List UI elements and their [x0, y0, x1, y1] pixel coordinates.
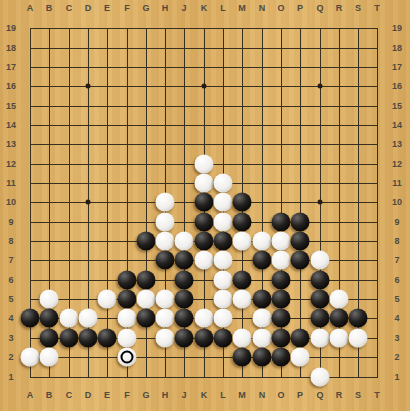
- row-label-left: 17: [6, 62, 16, 72]
- row-label-right: 1: [394, 372, 399, 382]
- row-label-right: 2: [394, 352, 399, 362]
- stone-black-N7[interactable]: [253, 251, 272, 270]
- column-label-top: H: [162, 3, 169, 13]
- star-point: [318, 200, 323, 205]
- stone-white-K4[interactable]: [195, 309, 214, 328]
- column-label-bottom: F: [124, 390, 130, 400]
- column-label-top: T: [374, 3, 380, 13]
- stone-black-R4[interactable]: [330, 309, 349, 328]
- column-label-bottom: N: [259, 390, 266, 400]
- grid-line-vertical: [107, 28, 108, 378]
- stone-black-O2[interactable]: [272, 348, 291, 367]
- stone-white-Q3[interactable]: [311, 329, 330, 348]
- stone-black-O5[interactable]: [272, 290, 291, 309]
- column-label-bottom: S: [355, 390, 361, 400]
- row-label-right: 7: [394, 255, 399, 265]
- grid-line-vertical: [300, 28, 301, 378]
- stone-white-L5[interactable]: [214, 290, 233, 309]
- stone-black-Q5[interactable]: [311, 290, 330, 309]
- column-label-top: A: [27, 3, 34, 13]
- row-label-left: 19: [6, 23, 16, 33]
- row-label-left: 18: [6, 43, 16, 53]
- stone-black-B3[interactable]: [40, 329, 59, 348]
- star-point: [318, 84, 323, 89]
- stone-black-P8[interactable]: [291, 232, 310, 251]
- stone-black-D3[interactable]: [79, 329, 98, 348]
- row-label-left: 5: [8, 294, 13, 304]
- row-label-left: 14: [6, 120, 16, 130]
- stone-black-P7[interactable]: [291, 251, 310, 270]
- stone-black-O4[interactable]: [272, 309, 291, 328]
- column-label-top: O: [277, 3, 284, 13]
- column-label-top: L: [220, 3, 226, 13]
- stone-white-J8[interactable]: [175, 232, 194, 251]
- column-label-top: P: [297, 3, 303, 13]
- last-move-marker: [121, 351, 134, 364]
- row-label-left: 6: [8, 275, 13, 285]
- row-label-right: 17: [392, 62, 402, 72]
- stone-white-L7[interactable]: [214, 251, 233, 270]
- stone-white-L9[interactable]: [214, 213, 233, 232]
- stone-black-L3[interactable]: [214, 329, 233, 348]
- column-label-top: G: [142, 3, 149, 13]
- column-label-bottom: O: [277, 390, 284, 400]
- stone-black-J6[interactable]: [175, 271, 194, 290]
- stone-black-M6[interactable]: [233, 271, 252, 290]
- stone-white-K11[interactable]: [195, 174, 214, 193]
- row-label-right: 15: [392, 101, 402, 111]
- stone-white-D4[interactable]: [79, 309, 98, 328]
- column-label-top: R: [336, 3, 343, 13]
- stone-black-O9[interactable]: [272, 213, 291, 232]
- stone-white-H3[interactable]: [156, 329, 175, 348]
- grid-line-vertical: [377, 28, 378, 378]
- stone-black-N5[interactable]: [253, 290, 272, 309]
- row-label-right: 16: [392, 81, 402, 91]
- stone-black-G8[interactable]: [137, 232, 156, 251]
- stone-white-H4[interactable]: [156, 309, 175, 328]
- row-label-left: 3: [8, 333, 13, 343]
- stone-black-P9[interactable]: [291, 213, 310, 232]
- column-label-bottom: E: [104, 390, 110, 400]
- stone-white-K7[interactable]: [195, 251, 214, 270]
- stone-black-Q4[interactable]: [311, 309, 330, 328]
- star-point: [86, 200, 91, 205]
- row-label-right: 3: [394, 333, 399, 343]
- stone-white-N8[interactable]: [253, 232, 272, 251]
- stone-white-B5[interactable]: [40, 290, 59, 309]
- column-label-top: J: [181, 3, 186, 13]
- stone-black-Q6[interactable]: [311, 271, 330, 290]
- column-label-bottom: Q: [316, 390, 323, 400]
- stone-black-G4[interactable]: [137, 309, 156, 328]
- stone-black-C3[interactable]: [60, 329, 79, 348]
- row-label-right: 13: [392, 139, 402, 149]
- row-label-left: 8: [8, 236, 13, 246]
- row-label-right: 18: [392, 43, 402, 53]
- stone-black-M2[interactable]: [233, 348, 252, 367]
- column-label-bottom: P: [297, 390, 303, 400]
- stone-white-N4[interactable]: [253, 309, 272, 328]
- row-label-right: 6: [394, 275, 399, 285]
- stone-white-K12[interactable]: [195, 155, 214, 174]
- column-label-top: Q: [316, 3, 323, 13]
- stone-white-H5[interactable]: [156, 290, 175, 309]
- stone-white-C4[interactable]: [60, 309, 79, 328]
- row-label-right: 5: [394, 294, 399, 304]
- row-label-right: 10: [392, 197, 402, 207]
- stone-white-R5[interactable]: [330, 290, 349, 309]
- stone-black-M10[interactable]: [233, 193, 252, 212]
- go-board[interactable]: AABBCCDDEEFFGGHHJJKKLLMMNNOOPPQQRRSSTT19…: [0, 0, 410, 411]
- stone-white-M3[interactable]: [233, 329, 252, 348]
- row-label-left: 2: [8, 352, 13, 362]
- row-label-right: 4: [394, 313, 399, 323]
- stone-white-L11[interactable]: [214, 174, 233, 193]
- column-label-top: C: [66, 3, 73, 13]
- stone-black-B4[interactable]: [40, 309, 59, 328]
- column-label-bottom: M: [238, 390, 246, 400]
- column-label-bottom: C: [66, 390, 73, 400]
- column-label-bottom: D: [85, 390, 92, 400]
- stone-black-K9[interactable]: [195, 213, 214, 232]
- stone-white-P2[interactable]: [291, 348, 310, 367]
- column-label-bottom: R: [336, 390, 343, 400]
- stone-white-H10[interactable]: [156, 193, 175, 212]
- row-label-left: 15: [6, 101, 16, 111]
- stone-white-O8[interactable]: [272, 232, 291, 251]
- stone-black-K8[interactable]: [195, 232, 214, 251]
- column-label-top: M: [238, 3, 246, 13]
- stone-white-O7[interactable]: [272, 251, 291, 270]
- column-label-bottom: L: [220, 390, 226, 400]
- stone-white-L10[interactable]: [214, 193, 233, 212]
- stone-white-G5[interactable]: [137, 290, 156, 309]
- row-label-left: 12: [6, 159, 16, 169]
- row-label-right: 8: [394, 236, 399, 246]
- row-label-left: 16: [6, 81, 16, 91]
- row-label-right: 12: [392, 159, 402, 169]
- column-label-top: K: [201, 3, 208, 13]
- row-label-right: 14: [392, 120, 402, 130]
- stone-white-F4[interactable]: [118, 309, 137, 328]
- column-label-top: F: [124, 3, 130, 13]
- stone-black-J3[interactable]: [175, 329, 194, 348]
- stone-black-M9[interactable]: [233, 213, 252, 232]
- stone-white-L6[interactable]: [214, 271, 233, 290]
- stone-black-F6[interactable]: [118, 271, 137, 290]
- column-label-bottom: G: [142, 390, 149, 400]
- column-label-bottom: H: [162, 390, 169, 400]
- row-label-right: 11: [392, 178, 402, 188]
- row-label-left: 9: [8, 217, 13, 227]
- column-label-bottom: B: [46, 390, 53, 400]
- stone-black-J7[interactable]: [175, 251, 194, 270]
- stone-black-O3[interactable]: [272, 329, 291, 348]
- stone-black-E3[interactable]: [98, 329, 117, 348]
- stone-black-A4[interactable]: [21, 309, 40, 328]
- row-label-right: 19: [392, 23, 402, 33]
- row-label-left: 11: [6, 178, 16, 188]
- stone-white-B2[interactable]: [40, 348, 59, 367]
- stone-white-H9[interactable]: [156, 213, 175, 232]
- stone-white-R3[interactable]: [330, 329, 349, 348]
- stone-black-O6[interactable]: [272, 271, 291, 290]
- stone-white-N3[interactable]: [253, 329, 272, 348]
- stone-black-F5[interactable]: [118, 290, 137, 309]
- stone-black-J4[interactable]: [175, 309, 194, 328]
- column-label-top: S: [355, 3, 361, 13]
- stone-black-J5[interactable]: [175, 290, 194, 309]
- row-label-left: 1: [8, 372, 13, 382]
- row-label-left: 13: [6, 139, 16, 149]
- stone-white-M5[interactable]: [233, 290, 252, 309]
- stone-black-K10[interactable]: [195, 193, 214, 212]
- stone-black-L8[interactable]: [214, 232, 233, 251]
- stone-black-G6[interactable]: [137, 271, 156, 290]
- stone-white-S3[interactable]: [349, 329, 368, 348]
- grid-line-horizontal: [30, 357, 378, 358]
- star-point: [202, 84, 207, 89]
- column-label-bottom: J: [181, 390, 186, 400]
- stone-white-F3[interactable]: [118, 329, 137, 348]
- stone-white-A2[interactable]: [21, 348, 40, 367]
- column-label-bottom: A: [27, 390, 34, 400]
- row-label-left: 10: [6, 197, 16, 207]
- column-label-bottom: T: [374, 390, 380, 400]
- stone-white-E5[interactable]: [98, 290, 117, 309]
- row-label-right: 9: [394, 217, 399, 227]
- stone-white-M8[interactable]: [233, 232, 252, 251]
- stone-white-L4[interactable]: [214, 309, 233, 328]
- column-label-top: E: [104, 3, 110, 13]
- column-label-top: B: [46, 3, 53, 13]
- column-label-top: D: [85, 3, 92, 13]
- stone-black-H7[interactable]: [156, 251, 175, 270]
- stone-black-K3[interactable]: [195, 329, 214, 348]
- row-label-left: 7: [8, 255, 13, 265]
- column-label-top: N: [259, 3, 266, 13]
- column-label-bottom: K: [201, 390, 208, 400]
- stone-white-H8[interactable]: [156, 232, 175, 251]
- stone-black-N2[interactable]: [253, 348, 272, 367]
- star-point: [86, 84, 91, 89]
- stone-white-Q1[interactable]: [311, 368, 330, 387]
- stone-black-P3[interactable]: [291, 329, 310, 348]
- stone-black-S4[interactable]: [349, 309, 368, 328]
- row-label-left: 4: [8, 313, 13, 323]
- stone-white-Q7[interactable]: [311, 251, 330, 270]
